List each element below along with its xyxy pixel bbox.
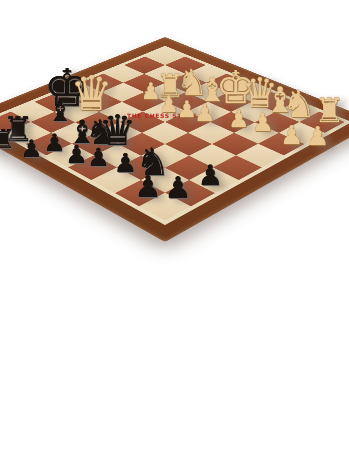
product-photo: ♚♜♜♝♝♞♛♞♟♟♟♟♟♟♟♟♛♜♞♝♚♛♝♞♜♟♟♟♟♟♟♟♟ THE CH… bbox=[0, 0, 349, 450]
brand-watermark: THE CHESS STORE bbox=[127, 112, 207, 119]
board-margin bbox=[0, 46, 349, 225]
chess-board bbox=[0, 37, 349, 242]
board-grid bbox=[0, 48, 345, 220]
